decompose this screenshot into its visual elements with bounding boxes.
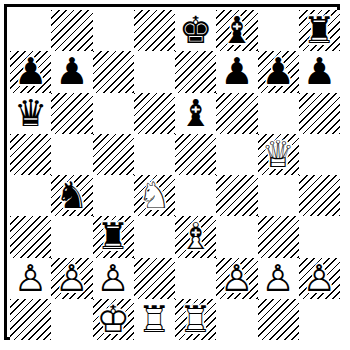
- piece-glyph: ♖: [179, 301, 212, 338]
- white-pawn[interactable]: ♟♙: [14, 260, 47, 297]
- black-bishop[interactable]: ♝: [179, 95, 212, 132]
- piece-glyph: ♗: [179, 218, 212, 255]
- square-b3[interactable]: [51, 216, 92, 257]
- square-a7[interactable]: ♟: [10, 51, 51, 92]
- square-f6[interactable]: [216, 93, 257, 134]
- square-f3[interactable]: [216, 216, 257, 257]
- white-bishop[interactable]: ♝♗: [179, 218, 212, 255]
- black-pawn[interactable]: ♟: [262, 53, 295, 90]
- square-h1[interactable]: [299, 299, 340, 340]
- black-pawn[interactable]: ♟: [220, 53, 253, 90]
- square-g3[interactable]: [258, 216, 299, 257]
- black-rook[interactable]: ♜: [97, 218, 130, 255]
- white-pawn[interactable]: ♟♙: [220, 260, 253, 297]
- square-f5[interactable]: [216, 134, 257, 175]
- square-c5[interactable]: [93, 134, 134, 175]
- piece-glyph: ♞: [55, 177, 88, 214]
- piece-glyph: ♝: [179, 95, 212, 132]
- square-d1[interactable]: ♜♖: [134, 299, 175, 340]
- black-rook[interactable]: ♜: [303, 12, 336, 49]
- square-e1[interactable]: ♜♖: [175, 299, 216, 340]
- piece-glyph: ♟: [14, 53, 47, 90]
- square-b4[interactable]: ♞: [51, 175, 92, 216]
- piece-glyph: ♚: [179, 12, 212, 49]
- black-bishop[interactable]: ♝: [220, 12, 253, 49]
- white-pawn[interactable]: ♟♙: [55, 260, 88, 297]
- square-h4[interactable]: [299, 175, 340, 216]
- white-pawn[interactable]: ♟♙: [97, 260, 130, 297]
- black-queen[interactable]: ♛: [14, 95, 47, 132]
- square-e7[interactable]: [175, 51, 216, 92]
- square-h5[interactable]: [299, 134, 340, 175]
- square-c1[interactable]: ♚♔: [93, 299, 134, 340]
- square-c8[interactable]: [93, 10, 134, 51]
- square-g4[interactable]: [258, 175, 299, 216]
- square-g1[interactable]: [258, 299, 299, 340]
- white-rook[interactable]: ♜♖: [138, 301, 171, 338]
- piece-glyph: ♟: [55, 53, 88, 90]
- white-king[interactable]: ♚♔: [97, 301, 130, 338]
- square-h6[interactable]: [299, 93, 340, 134]
- square-h8[interactable]: ♜: [299, 10, 340, 51]
- white-queen[interactable]: ♛♕: [262, 136, 295, 173]
- black-pawn[interactable]: ♟: [303, 53, 336, 90]
- square-d5[interactable]: [134, 134, 175, 175]
- square-d4[interactable]: ♞♘: [134, 175, 175, 216]
- piece-glyph: ♙: [303, 260, 336, 297]
- black-knight[interactable]: ♞: [55, 177, 88, 214]
- square-c6[interactable]: [93, 93, 134, 134]
- square-h3[interactable]: [299, 216, 340, 257]
- square-a4[interactable]: [10, 175, 51, 216]
- square-b8[interactable]: [51, 10, 92, 51]
- square-g8[interactable]: [258, 10, 299, 51]
- square-g5[interactable]: ♛♕: [258, 134, 299, 175]
- square-c2[interactable]: ♟♙: [93, 258, 134, 299]
- square-e3[interactable]: ♝♗: [175, 216, 216, 257]
- square-d7[interactable]: [134, 51, 175, 92]
- square-a6[interactable]: ♛: [10, 93, 51, 134]
- square-c3[interactable]: ♜: [93, 216, 134, 257]
- piece-glyph: ♜: [97, 218, 130, 255]
- square-e8[interactable]: ♚: [175, 10, 216, 51]
- square-d3[interactable]: [134, 216, 175, 257]
- piece-glyph: ♙: [220, 260, 253, 297]
- square-a5[interactable]: [10, 134, 51, 175]
- white-rook[interactable]: ♜♖: [179, 301, 212, 338]
- square-b7[interactable]: ♟: [51, 51, 92, 92]
- piece-glyph: ♕: [262, 136, 295, 173]
- square-f8[interactable]: ♝: [216, 10, 257, 51]
- square-d8[interactable]: [134, 10, 175, 51]
- square-f1[interactable]: [216, 299, 257, 340]
- square-a1[interactable]: [10, 299, 51, 340]
- square-e5[interactable]: [175, 134, 216, 175]
- black-pawn[interactable]: ♟: [14, 53, 47, 90]
- square-h2[interactable]: ♟♙: [299, 258, 340, 299]
- piece-glyph: ♛: [14, 95, 47, 132]
- square-a8[interactable]: [10, 10, 51, 51]
- square-f7[interactable]: ♟: [216, 51, 257, 92]
- square-b6[interactable]: [51, 93, 92, 134]
- square-f2[interactable]: ♟♙: [216, 258, 257, 299]
- piece-glyph: ♘: [138, 177, 171, 214]
- piece-glyph: ♟: [220, 53, 253, 90]
- white-knight[interactable]: ♞♘: [138, 177, 171, 214]
- chess-board: ♚♝♜♟♟♟♟♟♛♝♛♕♞♞♘♜♝♗♟♙♟♙♟♙♟♙♟♙♟♙♚♔♜♖♜♖: [10, 10, 340, 340]
- square-d6[interactable]: [134, 93, 175, 134]
- square-b1[interactable]: [51, 299, 92, 340]
- black-king[interactable]: ♚: [179, 12, 212, 49]
- square-g2[interactable]: ♟♙: [258, 258, 299, 299]
- square-b5[interactable]: [51, 134, 92, 175]
- chess-diagram: ♚♝♜♟♟♟♟♟♛♝♛♕♞♞♘♜♝♗♟♙♟♙♟♙♟♙♟♙♟♙♚♔♜♖♜♖: [0, 0, 350, 350]
- white-pawn[interactable]: ♟♙: [262, 260, 295, 297]
- square-d2[interactable]: [134, 258, 175, 299]
- piece-glyph: ♟: [303, 53, 336, 90]
- square-g7[interactable]: ♟: [258, 51, 299, 92]
- piece-glyph: ♙: [262, 260, 295, 297]
- black-pawn[interactable]: ♟: [55, 53, 88, 90]
- piece-glyph: ♟: [262, 53, 295, 90]
- piece-glyph: ♙: [97, 260, 130, 297]
- white-pawn[interactable]: ♟♙: [303, 260, 336, 297]
- piece-glyph: ♖: [138, 301, 171, 338]
- square-a2[interactable]: ♟♙: [10, 258, 51, 299]
- square-g6[interactable]: [258, 93, 299, 134]
- square-a3[interactable]: [10, 216, 51, 257]
- square-e6[interactable]: ♝: [175, 93, 216, 134]
- piece-glyph: ♜: [303, 12, 336, 49]
- square-f4[interactable]: [216, 175, 257, 216]
- square-c4[interactable]: [93, 175, 134, 216]
- piece-glyph: ♝: [220, 12, 253, 49]
- piece-glyph: ♙: [55, 260, 88, 297]
- square-h7[interactable]: ♟: [299, 51, 340, 92]
- square-e4[interactable]: [175, 175, 216, 216]
- piece-glyph: ♔: [97, 301, 130, 338]
- square-c7[interactable]: [93, 51, 134, 92]
- piece-glyph: ♙: [14, 260, 47, 297]
- square-b2[interactable]: ♟♙: [51, 258, 92, 299]
- square-e2[interactable]: [175, 258, 216, 299]
